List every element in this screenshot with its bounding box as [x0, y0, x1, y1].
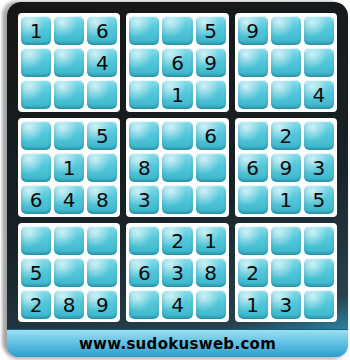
cell-r6c3[interactable]: 8	[87, 185, 117, 214]
cell-r3c9[interactable]: 4	[304, 80, 334, 109]
cell-r7c2[interactable]	[54, 226, 84, 255]
cell-r6c8[interactable]: 1	[271, 185, 301, 214]
cell-r8c5[interactable]: 3	[162, 258, 192, 287]
cell-r5c6[interactable]	[196, 153, 226, 182]
cell-r7c3[interactable]	[87, 226, 117, 255]
cell-r9c3[interactable]: 9	[87, 290, 117, 319]
cell-r6c7[interactable]	[238, 185, 268, 214]
cell-r9c1[interactable]: 2	[21, 290, 51, 319]
cell-r4c1[interactable]	[21, 121, 51, 150]
cell-r2c4[interactable]	[129, 48, 159, 77]
cell-r3c3[interactable]	[87, 80, 117, 109]
cell-r6c1[interactable]: 6	[21, 185, 51, 214]
cell-r4c5[interactable]	[162, 121, 192, 150]
box-1-3: 94	[235, 13, 337, 112]
cell-r2c5[interactable]: 6	[162, 48, 192, 77]
cell-r2c7[interactable]	[238, 48, 268, 77]
box-2-3: 269315	[235, 118, 337, 217]
footer-bar: www.sudokusweb.com	[7, 329, 348, 357]
cell-r9c2[interactable]: 8	[54, 290, 84, 319]
cell-r1c3[interactable]: 6	[87, 16, 117, 45]
cell-r1c4[interactable]	[129, 16, 159, 45]
cell-r6c4[interactable]: 3	[129, 185, 159, 214]
cell-r4c8[interactable]: 2	[271, 121, 301, 150]
cell-r7c4[interactable]	[129, 226, 159, 255]
cell-r2c6[interactable]: 9	[196, 48, 226, 77]
cell-r7c9[interactable]	[304, 226, 334, 255]
cell-r1c8[interactable]	[271, 16, 301, 45]
cell-r3c7[interactable]	[238, 80, 268, 109]
cell-r3c5[interactable]: 1	[162, 80, 192, 109]
cell-r8c6[interactable]: 8	[196, 258, 226, 287]
cell-r3c4[interactable]	[129, 80, 159, 109]
cell-r2c8[interactable]	[271, 48, 301, 77]
cell-r7c7[interactable]	[238, 226, 268, 255]
cell-r6c5[interactable]	[162, 185, 192, 214]
cell-r6c2[interactable]: 4	[54, 185, 84, 214]
cell-r3c1[interactable]	[21, 80, 51, 109]
box-3-2: 216384	[126, 223, 228, 322]
cell-r1c1[interactable]: 1	[21, 16, 51, 45]
cell-r8c7[interactable]: 2	[238, 258, 268, 287]
cell-r9c7[interactable]: 1	[238, 290, 268, 319]
cell-r3c6[interactable]	[196, 80, 226, 109]
cell-r1c6[interactable]: 5	[196, 16, 226, 45]
cell-r4c9[interactable]	[304, 121, 334, 150]
cell-r8c2[interactable]	[54, 258, 84, 287]
cell-r8c3[interactable]	[87, 258, 117, 287]
cell-r8c9[interactable]	[304, 258, 334, 287]
cell-r4c7[interactable]	[238, 121, 268, 150]
box-2-2: 683	[126, 118, 228, 217]
cell-r9c5[interactable]: 4	[162, 290, 192, 319]
box-3-3: 213	[235, 223, 337, 322]
cell-r5c7[interactable]: 6	[238, 153, 268, 182]
cell-r8c4[interactable]: 6	[129, 258, 159, 287]
cell-r5c3[interactable]	[87, 153, 117, 182]
cell-r9c4[interactable]	[129, 290, 159, 319]
cell-r5c4[interactable]: 8	[129, 153, 159, 182]
cell-r1c5[interactable]	[162, 16, 192, 45]
cell-r2c9[interactable]	[304, 48, 334, 77]
cell-r5c2[interactable]: 1	[54, 153, 84, 182]
cell-r4c4[interactable]	[129, 121, 159, 150]
cell-r7c5[interactable]: 2	[162, 226, 192, 255]
cell-r6c9[interactable]: 5	[304, 185, 334, 214]
cell-r1c9[interactable]	[304, 16, 334, 45]
cell-r8c1[interactable]: 5	[21, 258, 51, 287]
cell-r3c2[interactable]	[54, 80, 84, 109]
box-1-1: 164	[18, 13, 120, 112]
cell-r9c9[interactable]	[304, 290, 334, 319]
cell-r2c1[interactable]	[21, 48, 51, 77]
cell-r5c9[interactable]: 3	[304, 153, 334, 182]
cell-r7c6[interactable]: 1	[196, 226, 226, 255]
cell-r5c5[interactable]	[162, 153, 192, 182]
cell-r9c6[interactable]	[196, 290, 226, 319]
cell-r9c8[interactable]: 3	[271, 290, 301, 319]
cell-r5c8[interactable]: 9	[271, 153, 301, 182]
cell-r8c8[interactable]	[271, 258, 301, 287]
box-3-1: 5289	[18, 223, 120, 322]
cell-r2c2[interactable]	[54, 48, 84, 77]
cell-r4c2[interactable]	[54, 121, 84, 150]
cell-r4c3[interactable]: 5	[87, 121, 117, 150]
cell-r1c7[interactable]: 9	[238, 16, 268, 45]
cell-r1c2[interactable]	[54, 16, 84, 45]
box-2-1: 51648	[18, 118, 120, 217]
cell-r7c8[interactable]	[271, 226, 301, 255]
cell-r2c3[interactable]: 4	[87, 48, 117, 77]
cell-r7c1[interactable]	[21, 226, 51, 255]
cell-r6c6[interactable]	[196, 185, 226, 214]
sudoku-page: 164569194516486832693155289216384213 www…	[0, 0, 350, 360]
site-link[interactable]: www.sudokusweb.com	[79, 335, 276, 353]
cell-r5c1[interactable]	[21, 153, 51, 182]
sudoku-card: 164569194516486832693155289216384213 www…	[7, 2, 348, 357]
sudoku-board: 164569194516486832693155289216384213	[7, 2, 348, 329]
cell-r3c8[interactable]	[271, 80, 301, 109]
box-1-2: 5691	[126, 13, 228, 112]
cell-r4c6[interactable]: 6	[196, 121, 226, 150]
